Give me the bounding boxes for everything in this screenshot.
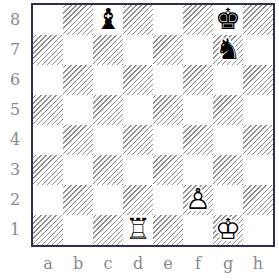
rank-label-1: 1	[4, 215, 26, 245]
square-b2[interactable]	[63, 185, 93, 215]
square-g5[interactable]	[213, 95, 243, 125]
square-a1[interactable]	[33, 215, 63, 245]
square-a4[interactable]	[33, 125, 63, 155]
square-a2[interactable]	[33, 185, 63, 215]
square-c4[interactable]	[93, 125, 123, 155]
file-label-e: e	[153, 253, 183, 275]
square-g6[interactable]	[213, 65, 243, 95]
file-label-d: d	[123, 253, 153, 275]
file-label-c: c	[93, 253, 123, 275]
square-c6[interactable]	[93, 65, 123, 95]
square-f7[interactable]	[183, 35, 213, 65]
square-d1[interactable]: ♜♖	[123, 215, 153, 245]
square-c8[interactable]: ♝	[93, 5, 123, 35]
square-b5[interactable]	[63, 95, 93, 125]
rank-label-7: 7	[4, 35, 26, 65]
square-h6[interactable]	[243, 65, 273, 95]
square-b3[interactable]	[63, 155, 93, 185]
piece-white-king[interactable]: ♔	[213, 214, 243, 244]
file-label-b: b	[63, 253, 93, 275]
square-g2[interactable]	[213, 185, 243, 215]
square-d3[interactable]	[123, 155, 153, 185]
piece-white-pawn[interactable]: ♙	[183, 184, 213, 214]
square-b6[interactable]	[63, 65, 93, 95]
square-a6[interactable]	[33, 65, 63, 95]
square-h1[interactable]	[243, 215, 273, 245]
rank-label-4: 4	[4, 125, 26, 155]
square-a7[interactable]	[33, 35, 63, 65]
rank-label-2: 2	[4, 185, 26, 215]
square-a3[interactable]	[33, 155, 63, 185]
square-c5[interactable]	[93, 95, 123, 125]
square-c7[interactable]	[93, 35, 123, 65]
square-e1[interactable]	[153, 215, 183, 245]
square-g3[interactable]	[213, 155, 243, 185]
square-e2[interactable]	[153, 185, 183, 215]
square-f6[interactable]	[183, 65, 213, 95]
square-d2[interactable]	[123, 185, 153, 215]
piece-black-king[interactable]: ♚	[213, 4, 243, 34]
chess-diagram: 87654321 ♝♚♞♟♙♜♖♚♔ abcdefgh	[0, 0, 279, 280]
piece-white-rook[interactable]: ♖	[123, 214, 153, 244]
square-e5[interactable]	[153, 95, 183, 125]
square-c1[interactable]	[93, 215, 123, 245]
square-h8[interactable]	[243, 5, 273, 35]
file-label-g: g	[213, 253, 243, 275]
square-d6[interactable]	[123, 65, 153, 95]
square-h3[interactable]	[243, 155, 273, 185]
square-e6[interactable]	[153, 65, 183, 95]
square-b4[interactable]	[63, 125, 93, 155]
square-a8[interactable]	[33, 5, 63, 35]
square-g4[interactable]	[213, 125, 243, 155]
file-label-f: f	[183, 253, 213, 275]
square-d7[interactable]	[123, 35, 153, 65]
square-c2[interactable]	[93, 185, 123, 215]
square-a5[interactable]	[33, 95, 63, 125]
square-d8[interactable]	[123, 5, 153, 35]
rank-label-6: 6	[4, 65, 26, 95]
square-d5[interactable]	[123, 95, 153, 125]
square-c3[interactable]	[93, 155, 123, 185]
square-f2[interactable]: ♟♙	[183, 185, 213, 215]
chess-board: ♝♚♞♟♙♜♖♚♔	[31, 3, 275, 247]
square-e4[interactable]	[153, 125, 183, 155]
square-e8[interactable]	[153, 5, 183, 35]
square-b8[interactable]	[63, 5, 93, 35]
rank-label-8: 8	[4, 5, 26, 35]
square-f4[interactable]	[183, 125, 213, 155]
square-g7[interactable]: ♞	[213, 35, 243, 65]
square-h5[interactable]	[243, 95, 273, 125]
square-g8[interactable]: ♚	[213, 5, 243, 35]
piece-black-knight[interactable]: ♞	[213, 34, 243, 64]
file-label-a: a	[33, 253, 63, 275]
square-f3[interactable]	[183, 155, 213, 185]
rank-label-5: 5	[4, 95, 26, 125]
square-h7[interactable]	[243, 35, 273, 65]
square-h2[interactable]	[243, 185, 273, 215]
square-f1[interactable]	[183, 215, 213, 245]
square-d4[interactable]	[123, 125, 153, 155]
square-e3[interactable]	[153, 155, 183, 185]
rank-label-3: 3	[4, 155, 26, 185]
square-e7[interactable]	[153, 35, 183, 65]
square-f5[interactable]	[183, 95, 213, 125]
piece-black-bishop[interactable]: ♝	[93, 4, 123, 34]
square-f8[interactable]	[183, 5, 213, 35]
file-label-h: h	[243, 253, 273, 275]
square-h4[interactable]	[243, 125, 273, 155]
square-g1[interactable]: ♚♔	[213, 215, 243, 245]
square-b1[interactable]	[63, 215, 93, 245]
square-b7[interactable]	[63, 35, 93, 65]
